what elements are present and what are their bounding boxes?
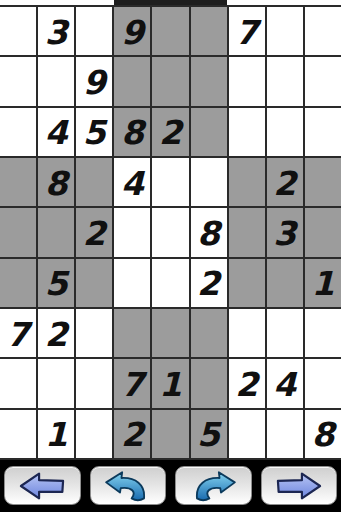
prev-button[interactable] bbox=[4, 466, 81, 505]
cell-r1c7[interactable]: 7 bbox=[229, 7, 265, 55]
cell-r8c8[interactable]: 4 bbox=[267, 359, 303, 407]
sudoku-app: 397945828422835217271241258 bbox=[0, 0, 341, 512]
top-crop-strip bbox=[0, 0, 341, 5]
top-strip-left bbox=[0, 0, 114, 5]
cell-r8c4[interactable]: 7 bbox=[114, 359, 150, 407]
top-strip-middle bbox=[114, 0, 228, 5]
cell-r5c7[interactable] bbox=[229, 208, 265, 256]
cell-r4c7[interactable] bbox=[229, 158, 265, 206]
cell-r9c6[interactable]: 5 bbox=[191, 410, 227, 458]
cell-r8c3[interactable] bbox=[76, 359, 112, 407]
cell-r1c5[interactable] bbox=[152, 7, 188, 55]
cell-r8c1[interactable] bbox=[0, 359, 36, 407]
cell-r6c6[interactable]: 2 bbox=[191, 259, 227, 307]
cell-r9c3[interactable] bbox=[76, 410, 112, 458]
cell-r7c7[interactable] bbox=[229, 309, 265, 357]
cell-r3c6[interactable] bbox=[191, 108, 227, 156]
cell-r7c9[interactable] bbox=[305, 309, 341, 357]
cell-r5c6[interactable]: 8 bbox=[191, 208, 227, 256]
next-button[interactable] bbox=[261, 466, 338, 505]
cell-r2c8[interactable] bbox=[267, 57, 303, 105]
cell-r4c8[interactable]: 2 bbox=[267, 158, 303, 206]
cell-r8c9[interactable] bbox=[305, 359, 341, 407]
cell-r4c4[interactable]: 4 bbox=[114, 158, 150, 206]
cell-r2c2[interactable] bbox=[38, 57, 74, 105]
cell-r1c1[interactable] bbox=[0, 7, 36, 55]
cell-r3c3[interactable]: 5 bbox=[76, 108, 112, 156]
cell-r3c8[interactable] bbox=[267, 108, 303, 156]
cell-r5c4[interactable] bbox=[114, 208, 150, 256]
cell-r4c9[interactable] bbox=[305, 158, 341, 206]
cell-r4c2[interactable]: 8 bbox=[38, 158, 74, 206]
cell-r3c1[interactable] bbox=[0, 108, 36, 156]
arrow-left-icon bbox=[11, 470, 73, 502]
cell-r6c5[interactable] bbox=[152, 259, 188, 307]
cell-r9c1[interactable] bbox=[0, 410, 36, 458]
cell-r3c9[interactable] bbox=[305, 108, 341, 156]
undo-button[interactable] bbox=[90, 466, 167, 505]
cell-r9c9[interactable]: 8 bbox=[305, 410, 341, 458]
cell-r1c6[interactable] bbox=[191, 7, 227, 55]
cell-r2c3[interactable]: 9 bbox=[76, 57, 112, 105]
cell-r2c1[interactable] bbox=[0, 57, 36, 105]
cell-r1c2[interactable]: 3 bbox=[38, 7, 74, 55]
cell-r7c3[interactable] bbox=[76, 309, 112, 357]
cell-r1c4[interactable]: 9 bbox=[114, 7, 150, 55]
cell-r3c2[interactable]: 4 bbox=[38, 108, 74, 156]
top-strip-right bbox=[227, 0, 341, 5]
cell-r2c6[interactable] bbox=[191, 57, 227, 105]
redo-button[interactable] bbox=[175, 466, 252, 505]
cell-r5c9[interactable] bbox=[305, 208, 341, 256]
bottom-toolbar bbox=[0, 460, 341, 512]
cell-r7c5[interactable] bbox=[152, 309, 188, 357]
cell-r6c3[interactable] bbox=[76, 259, 112, 307]
undo-arrow-icon bbox=[97, 470, 159, 502]
cell-r5c5[interactable] bbox=[152, 208, 188, 256]
cell-r4c6[interactable] bbox=[191, 158, 227, 206]
cell-r2c9[interactable] bbox=[305, 57, 341, 105]
cell-r5c8[interactable]: 3 bbox=[267, 208, 303, 256]
cell-r8c6[interactable] bbox=[191, 359, 227, 407]
cell-r7c6[interactable] bbox=[191, 309, 227, 357]
cell-r6c2[interactable]: 5 bbox=[38, 259, 74, 307]
cell-r6c4[interactable] bbox=[114, 259, 150, 307]
sudoku-grid: 397945828422835217271241258 bbox=[0, 5, 341, 460]
cell-r1c9[interactable] bbox=[305, 7, 341, 55]
cell-r2c7[interactable] bbox=[229, 57, 265, 105]
cell-r8c7[interactable]: 2 bbox=[229, 359, 265, 407]
cell-r4c1[interactable] bbox=[0, 158, 36, 206]
cell-r5c3[interactable]: 2 bbox=[76, 208, 112, 256]
cell-r3c5[interactable]: 2 bbox=[152, 108, 188, 156]
cell-r9c2[interactable]: 1 bbox=[38, 410, 74, 458]
cell-r7c2[interactable]: 2 bbox=[38, 309, 74, 357]
cell-r1c3[interactable] bbox=[76, 7, 112, 55]
cell-r8c5[interactable]: 1 bbox=[152, 359, 188, 407]
cell-r6c8[interactable] bbox=[267, 259, 303, 307]
cell-r6c7[interactable] bbox=[229, 259, 265, 307]
cell-r3c4[interactable]: 8 bbox=[114, 108, 150, 156]
cell-r6c9[interactable]: 1 bbox=[305, 259, 341, 307]
cell-r7c1[interactable]: 7 bbox=[0, 309, 36, 357]
cell-r9c5[interactable] bbox=[152, 410, 188, 458]
cell-r2c5[interactable] bbox=[152, 57, 188, 105]
arrow-right-icon bbox=[268, 470, 330, 502]
cell-r5c1[interactable] bbox=[0, 208, 36, 256]
cell-r5c2[interactable] bbox=[38, 208, 74, 256]
cell-r7c8[interactable] bbox=[267, 309, 303, 357]
cell-r3c7[interactable] bbox=[229, 108, 265, 156]
cell-r4c5[interactable] bbox=[152, 158, 188, 206]
cell-r1c8[interactable] bbox=[267, 7, 303, 55]
redo-arrow-icon bbox=[182, 470, 244, 502]
cell-r4c3[interactable] bbox=[76, 158, 112, 206]
cell-r6c1[interactable] bbox=[0, 259, 36, 307]
cell-r9c7[interactable] bbox=[229, 410, 265, 458]
cell-r2c4[interactable] bbox=[114, 57, 150, 105]
cell-r8c2[interactable] bbox=[38, 359, 74, 407]
cell-r9c8[interactable] bbox=[267, 410, 303, 458]
cell-r7c4[interactable] bbox=[114, 309, 150, 357]
cell-r9c4[interactable]: 2 bbox=[114, 410, 150, 458]
